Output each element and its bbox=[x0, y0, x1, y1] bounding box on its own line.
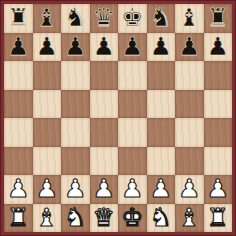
square-b3[interactable] bbox=[33, 147, 62, 176]
square-a4[interactable] bbox=[4, 118, 33, 147]
square-a1[interactable]: ♜ bbox=[4, 204, 33, 233]
white-pawn[interactable]: ♟ bbox=[64, 175, 86, 203]
square-e8[interactable]: ♚ bbox=[118, 4, 147, 33]
black-pawn[interactable]: ♟ bbox=[93, 33, 115, 61]
square-c4[interactable] bbox=[61, 118, 90, 147]
square-e3[interactable] bbox=[118, 147, 147, 176]
square-b6[interactable] bbox=[33, 61, 62, 90]
square-c2[interactable]: ♟ bbox=[61, 175, 90, 204]
square-c7[interactable]: ♟ bbox=[61, 33, 90, 62]
black-pawn[interactable]: ♟ bbox=[121, 33, 143, 61]
square-b5[interactable] bbox=[33, 90, 62, 119]
white-knight[interactable]: ♞ bbox=[150, 204, 172, 232]
white-bishop[interactable]: ♝ bbox=[178, 204, 200, 232]
white-pawn[interactable]: ♟ bbox=[178, 175, 200, 203]
square-g6[interactable] bbox=[175, 61, 204, 90]
black-rook[interactable]: ♜ bbox=[207, 4, 229, 32]
square-h7[interactable]: ♟ bbox=[204, 33, 233, 62]
square-f7[interactable]: ♟ bbox=[147, 33, 176, 62]
white-king[interactable]: ♚ bbox=[121, 204, 143, 232]
white-pawn[interactable]: ♟ bbox=[121, 175, 143, 203]
black-rook[interactable]: ♜ bbox=[7, 4, 29, 32]
square-d7[interactable]: ♟ bbox=[90, 33, 119, 62]
square-f6[interactable] bbox=[147, 61, 176, 90]
square-f8[interactable]: ♞ bbox=[147, 4, 176, 33]
black-pawn[interactable]: ♟ bbox=[7, 33, 29, 61]
square-a8[interactable]: ♜ bbox=[4, 4, 33, 33]
white-pawn[interactable]: ♟ bbox=[7, 175, 29, 203]
square-f1[interactable]: ♞ bbox=[147, 204, 176, 233]
square-g7[interactable]: ♟ bbox=[175, 33, 204, 62]
square-h2[interactable]: ♟ bbox=[204, 175, 233, 204]
square-g5[interactable] bbox=[175, 90, 204, 119]
white-queen[interactable]: ♛ bbox=[93, 204, 115, 232]
square-h1[interactable]: ♜ bbox=[204, 204, 233, 233]
square-d2[interactable]: ♟ bbox=[90, 175, 119, 204]
square-b4[interactable] bbox=[33, 118, 62, 147]
square-c5[interactable] bbox=[61, 90, 90, 119]
square-e6[interactable] bbox=[118, 61, 147, 90]
square-h8[interactable]: ♜ bbox=[204, 4, 233, 33]
square-e4[interactable] bbox=[118, 118, 147, 147]
square-a5[interactable] bbox=[4, 90, 33, 119]
square-f4[interactable] bbox=[147, 118, 176, 147]
square-d1[interactable]: ♛ bbox=[90, 204, 119, 233]
square-c6[interactable] bbox=[61, 61, 90, 90]
square-b8[interactable]: ♝ bbox=[33, 4, 62, 33]
white-rook[interactable]: ♜ bbox=[207, 204, 229, 232]
square-g8[interactable]: ♝ bbox=[175, 4, 204, 33]
square-e1[interactable]: ♚ bbox=[118, 204, 147, 233]
square-c3[interactable] bbox=[61, 147, 90, 176]
square-e2[interactable]: ♟ bbox=[118, 175, 147, 204]
square-g2[interactable]: ♟ bbox=[175, 175, 204, 204]
black-queen[interactable]: ♛ bbox=[93, 4, 115, 32]
square-e5[interactable] bbox=[118, 90, 147, 119]
square-f3[interactable] bbox=[147, 147, 176, 176]
black-king[interactable]: ♚ bbox=[121, 4, 143, 32]
square-d4[interactable] bbox=[90, 118, 119, 147]
square-a3[interactable] bbox=[4, 147, 33, 176]
white-rook[interactable]: ♜ bbox=[7, 204, 29, 232]
black-pawn[interactable]: ♟ bbox=[64, 33, 86, 61]
square-d6[interactable] bbox=[90, 61, 119, 90]
square-e7[interactable]: ♟ bbox=[118, 33, 147, 62]
white-pawn[interactable]: ♟ bbox=[150, 175, 172, 203]
white-bishop[interactable]: ♝ bbox=[36, 204, 58, 232]
chessboard-app: ♜♝♞♛♚♞♝♜♟♟♟♟♟♟♟♟♟♟♟♟♟♟♟♟♜♝♞♛♚♞♝♜ bbox=[0, 0, 236, 236]
square-d5[interactable] bbox=[90, 90, 119, 119]
board-frame: ♜♝♞♛♚♞♝♜♟♟♟♟♟♟♟♟♟♟♟♟♟♟♟♟♜♝♞♛♚♞♝♜ bbox=[0, 0, 236, 236]
square-a7[interactable]: ♟ bbox=[4, 33, 33, 62]
square-d8[interactable]: ♛ bbox=[90, 4, 119, 33]
square-g4[interactable] bbox=[175, 118, 204, 147]
white-knight[interactable]: ♞ bbox=[64, 204, 86, 232]
square-a2[interactable]: ♟ bbox=[4, 175, 33, 204]
white-pawn[interactable]: ♟ bbox=[36, 175, 58, 203]
square-g3[interactable] bbox=[175, 147, 204, 176]
black-bishop[interactable]: ♝ bbox=[36, 4, 58, 32]
white-pawn[interactable]: ♟ bbox=[93, 175, 115, 203]
square-b2[interactable]: ♟ bbox=[33, 175, 62, 204]
chess-board[interactable]: ♜♝♞♛♚♞♝♜♟♟♟♟♟♟♟♟♟♟♟♟♟♟♟♟♜♝♞♛♚♞♝♜ bbox=[4, 4, 232, 232]
black-knight[interactable]: ♞ bbox=[150, 4, 172, 32]
square-g1[interactable]: ♝ bbox=[175, 204, 204, 233]
black-pawn[interactable]: ♟ bbox=[150, 33, 172, 61]
white-pawn[interactable]: ♟ bbox=[207, 175, 229, 203]
black-bishop[interactable]: ♝ bbox=[178, 4, 200, 32]
black-pawn[interactable]: ♟ bbox=[207, 33, 229, 61]
square-h3[interactable] bbox=[204, 147, 233, 176]
black-knight[interactable]: ♞ bbox=[64, 4, 86, 32]
square-h5[interactable] bbox=[204, 90, 233, 119]
square-h6[interactable] bbox=[204, 61, 233, 90]
square-h4[interactable] bbox=[204, 118, 233, 147]
square-a6[interactable] bbox=[4, 61, 33, 90]
square-c1[interactable]: ♞ bbox=[61, 204, 90, 233]
square-f5[interactable] bbox=[147, 90, 176, 119]
square-b1[interactable]: ♝ bbox=[33, 204, 62, 233]
square-f2[interactable]: ♟ bbox=[147, 175, 176, 204]
black-pawn[interactable]: ♟ bbox=[36, 33, 58, 61]
square-c8[interactable]: ♞ bbox=[61, 4, 90, 33]
square-b7[interactable]: ♟ bbox=[33, 33, 62, 62]
black-pawn[interactable]: ♟ bbox=[178, 33, 200, 61]
square-d3[interactable] bbox=[90, 147, 119, 176]
